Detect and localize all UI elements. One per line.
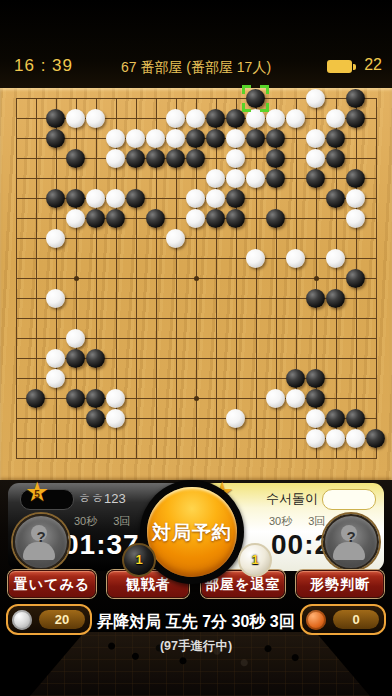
stone-black: [326, 149, 345, 168]
stone-white: [226, 129, 245, 148]
stone-black: [126, 189, 145, 208]
stone-white: [186, 209, 205, 228]
stone-white: [166, 229, 185, 248]
copper-coin-value: 0: [333, 610, 379, 629]
stone-black: [146, 149, 165, 168]
stone-black: [226, 209, 245, 228]
stone-white: [86, 189, 105, 208]
stone-black: [226, 189, 245, 208]
stone-black: [306, 389, 325, 408]
stone-black: [66, 389, 85, 408]
silver-coin-icon: [12, 610, 32, 630]
stone-white: [346, 209, 365, 228]
stone-black: [46, 189, 65, 208]
white-periods: 3回: [308, 514, 325, 529]
game-panel: ★ 5 ㅎㅎ123 30秒 3回 01:37 ? ★ 4 수서돌이 30秒 3回…: [0, 480, 392, 696]
black-rank-value: 5: [22, 489, 52, 500]
stone-white: [106, 189, 125, 208]
go-board[interactable]: [0, 88, 392, 480]
stone-white: [306, 129, 325, 148]
stone-black: [66, 189, 85, 208]
stone-white: [226, 169, 245, 188]
stone-black: [286, 369, 305, 388]
stone-black: [366, 429, 385, 448]
stone-black: [206, 109, 225, 128]
black-periods: 3回: [113, 514, 130, 529]
stone-black: [306, 289, 325, 308]
last-move-marker: [242, 85, 269, 112]
stone-white: [246, 249, 265, 268]
stone-black: [266, 169, 285, 188]
stone-black: [326, 129, 345, 148]
stone-white: [46, 349, 65, 368]
stone-black: [66, 349, 85, 368]
star-point: [194, 276, 199, 281]
stone-white: [306, 89, 325, 108]
stone-white: [106, 409, 125, 428]
stone-white: [186, 189, 205, 208]
stone-black: [346, 409, 365, 428]
white-byoyomi: 30秒: [269, 514, 292, 529]
stone-white: [186, 109, 205, 128]
stone-white: [146, 129, 165, 148]
stone-black: [346, 169, 365, 188]
white-rank-pill: [322, 489, 376, 510]
stone-black: [266, 209, 285, 228]
stone-white: [286, 389, 305, 408]
app-screen: 16 : 39 67 番部屋 (番部屋 17人) 22 ★ 5 ㅎㅎ123 30…: [0, 0, 392, 696]
stone-black: [26, 389, 45, 408]
stone-white: [246, 169, 265, 188]
stone-white: [226, 409, 245, 428]
stone-white: [326, 249, 345, 268]
silver-coin-value: 20: [39, 610, 85, 629]
stone-white: [326, 429, 345, 448]
try-placing-button[interactable]: 置いてみる: [8, 570, 96, 598]
stone-white: [266, 389, 285, 408]
star-point: [74, 276, 79, 281]
stone-white: [206, 189, 225, 208]
stone-white: [86, 109, 105, 128]
copper-coin-icon: [306, 610, 326, 630]
black-player-name: ㅎㅎ123: [78, 490, 126, 508]
white-avatar[interactable]: ?: [323, 514, 379, 570]
stone-white: [106, 149, 125, 168]
stone-white: [66, 329, 85, 348]
position-judge-button[interactable]: 形勢判断: [296, 570, 384, 598]
stone-black: [186, 149, 205, 168]
stone-white: [66, 109, 85, 128]
board-grid: [16, 98, 377, 459]
stone-black: [46, 129, 65, 148]
stone-black: [206, 129, 225, 148]
stone-black: [106, 209, 125, 228]
stone-black: [346, 109, 365, 128]
stone-black: [86, 409, 105, 428]
stone-white: [286, 109, 305, 128]
stone-white: [346, 189, 365, 208]
battery-icon: [327, 60, 352, 73]
stone-black: [346, 89, 365, 108]
stone-black: [306, 369, 325, 388]
stone-black: [86, 209, 105, 228]
reserve-game-button[interactable]: 対局予約: [140, 480, 244, 584]
stone-white: [306, 149, 325, 168]
move-progress-text: (97手進行中): [0, 638, 392, 655]
white-stone-counter-icon: 1: [238, 543, 272, 577]
stone-white: [126, 129, 145, 148]
stone-black: [346, 269, 365, 288]
stone-black: [306, 169, 325, 188]
stone-white: [226, 149, 245, 168]
stone-white: [286, 249, 305, 268]
black-stone-counter-icon: 1: [122, 543, 156, 577]
star-point: [314, 276, 319, 281]
stone-black: [206, 209, 225, 228]
stone-white: [166, 129, 185, 148]
stone-black: [246, 129, 265, 148]
star-point: [194, 396, 199, 401]
stone-white: [106, 389, 125, 408]
stone-black: [86, 389, 105, 408]
stone-white: [106, 129, 125, 148]
stone-white: [306, 409, 325, 428]
stone-black: [326, 409, 345, 428]
stone-white: [346, 429, 365, 448]
stone-white: [326, 109, 345, 128]
stone-black: [66, 149, 85, 168]
status-bar: 16 : 39 67 番部屋 (番部屋 17人) 22: [0, 0, 392, 88]
stone-white: [206, 169, 225, 188]
stone-black: [266, 129, 285, 148]
black-byoyomi: 30秒: [74, 514, 97, 529]
silver-coin-counter: 20: [6, 604, 92, 635]
stone-white: [46, 369, 65, 388]
black-avatar[interactable]: ?: [13, 514, 69, 570]
stone-white: [46, 229, 65, 248]
white-player-name: 수서돌이: [266, 490, 318, 508]
stone-black: [86, 349, 105, 368]
copper-coin-counter: 0: [300, 604, 386, 635]
stone-white: [46, 289, 65, 308]
stone-black: [326, 189, 345, 208]
stone-black: [146, 209, 165, 228]
stone-black: [126, 149, 145, 168]
battery-percent: 22: [364, 56, 382, 74]
stone-white: [306, 429, 325, 448]
stone-black: [326, 289, 345, 308]
stone-white: [66, 209, 85, 228]
stone-black: [166, 149, 185, 168]
stone-black: [266, 149, 285, 168]
stone-white: [166, 109, 185, 128]
stone-black: [46, 109, 65, 128]
stone-black: [186, 129, 205, 148]
